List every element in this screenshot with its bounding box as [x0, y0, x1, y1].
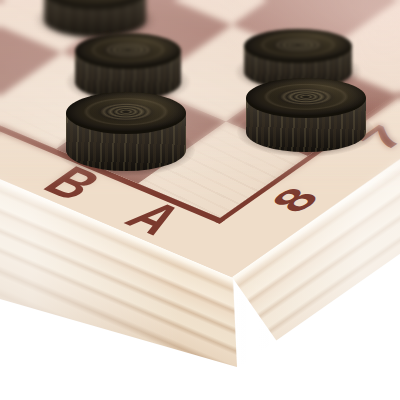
- board-photo-scene: AB87: [0, 0, 400, 400]
